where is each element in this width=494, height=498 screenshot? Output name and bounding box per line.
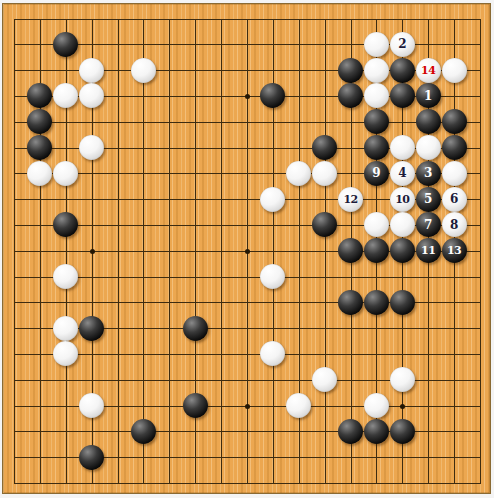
black-stone-2-4[interactable] bbox=[27, 83, 52, 108]
black-stone-18-10[interactable]: 13 bbox=[442, 238, 467, 263]
grid-line-horizontal-14 bbox=[14, 354, 481, 355]
black-stone-16-4[interactable] bbox=[390, 83, 415, 108]
black-stone-2-6[interactable] bbox=[27, 135, 52, 160]
black-stone-3-2[interactable] bbox=[53, 32, 78, 57]
black-stone-8-13[interactable] bbox=[183, 316, 208, 341]
white-stone-3-11[interactable] bbox=[53, 264, 78, 289]
black-stone-16-12[interactable] bbox=[390, 290, 415, 315]
black-stone-6-17[interactable] bbox=[131, 419, 156, 444]
black-stone-8-16[interactable] bbox=[183, 393, 208, 418]
move-number-12: 12 bbox=[343, 194, 357, 205]
black-stone-16-3[interactable] bbox=[390, 58, 415, 83]
black-stone-2-5[interactable] bbox=[27, 109, 52, 134]
white-stone-16-8[interactable]: 10 bbox=[390, 187, 415, 212]
black-stone-13-6[interactable] bbox=[312, 135, 337, 160]
white-stone-6-3[interactable] bbox=[131, 58, 156, 83]
black-stone-17-9[interactable]: 7 bbox=[416, 212, 441, 237]
white-stone-4-3[interactable] bbox=[79, 58, 104, 83]
white-stone-13-15[interactable] bbox=[312, 367, 337, 392]
white-stone-4-4[interactable] bbox=[79, 83, 104, 108]
black-stone-18-6[interactable] bbox=[442, 135, 467, 160]
move-number-8: 8 bbox=[450, 219, 458, 231]
white-stone-4-16[interactable] bbox=[79, 393, 104, 418]
black-stone-17-7[interactable]: 3 bbox=[416, 161, 441, 186]
black-stone-17-4[interactable]: 1 bbox=[416, 83, 441, 108]
white-stone-11-14[interactable] bbox=[260, 341, 285, 366]
white-stone-16-2[interactable]: 2 bbox=[390, 32, 415, 57]
go-board[interactable]: 2141943121056781113 bbox=[2, 3, 491, 494]
move-number-3: 3 bbox=[424, 167, 432, 179]
white-stone-13-7[interactable] bbox=[312, 161, 337, 186]
black-stone-11-4[interactable] bbox=[260, 83, 285, 108]
white-stone-17-6[interactable] bbox=[416, 135, 441, 160]
black-stone-13-9[interactable] bbox=[312, 212, 337, 237]
black-stone-4-18[interactable] bbox=[79, 445, 104, 470]
screenshot-page: 2141943121056781113 bbox=[0, 0, 494, 498]
grid-line-vertical-19 bbox=[480, 19, 481, 484]
grid-line-vertical-13 bbox=[325, 19, 326, 484]
white-stone-3-7[interactable] bbox=[53, 161, 78, 186]
move-number-13: 13 bbox=[447, 245, 461, 256]
black-stone-16-10[interactable] bbox=[390, 238, 415, 263]
white-stone-15-16[interactable] bbox=[364, 393, 389, 418]
white-stone-11-8[interactable] bbox=[260, 187, 285, 212]
white-stone-3-14[interactable] bbox=[53, 341, 78, 366]
black-stone-15-17[interactable] bbox=[364, 419, 389, 444]
white-stone-15-4[interactable] bbox=[364, 83, 389, 108]
move-number-7: 7 bbox=[424, 219, 432, 231]
move-number-4: 4 bbox=[398, 167, 406, 179]
star-point bbox=[400, 404, 405, 409]
white-stone-14-8[interactable]: 12 bbox=[338, 187, 363, 212]
black-stone-14-12[interactable] bbox=[338, 290, 363, 315]
black-stone-18-5[interactable] bbox=[442, 109, 467, 134]
white-stone-4-6[interactable] bbox=[79, 135, 104, 160]
move-number-9: 9 bbox=[372, 167, 380, 179]
black-stone-14-10[interactable] bbox=[338, 238, 363, 263]
black-stone-14-3[interactable] bbox=[338, 58, 363, 83]
grid-line-horizontal-19 bbox=[14, 483, 481, 484]
black-stone-14-17[interactable] bbox=[338, 419, 363, 444]
black-stone-3-9[interactable] bbox=[53, 212, 78, 237]
move-number-1: 1 bbox=[424, 90, 432, 102]
move-number-6: 6 bbox=[450, 193, 458, 205]
black-stone-15-10[interactable] bbox=[364, 238, 389, 263]
white-stone-3-4[interactable] bbox=[53, 83, 78, 108]
white-stone-3-13[interactable] bbox=[53, 316, 78, 341]
black-stone-17-5[interactable] bbox=[416, 109, 441, 134]
move-number-5: 5 bbox=[424, 193, 432, 205]
black-stone-15-7[interactable]: 9 bbox=[364, 161, 389, 186]
white-stone-12-7[interactable] bbox=[286, 161, 311, 186]
white-stone-11-11[interactable] bbox=[260, 264, 285, 289]
white-stone-18-3[interactable] bbox=[442, 58, 467, 83]
move-number-10: 10 bbox=[395, 194, 409, 205]
black-stone-16-17[interactable] bbox=[390, 419, 415, 444]
white-stone-15-3[interactable] bbox=[364, 58, 389, 83]
star-point bbox=[245, 94, 250, 99]
move-number-2: 2 bbox=[398, 38, 406, 50]
white-stone-2-7[interactable] bbox=[27, 161, 52, 186]
black-stone-15-5[interactable] bbox=[364, 109, 389, 134]
grid-line-horizontal-11 bbox=[14, 277, 481, 278]
black-stone-17-10[interactable]: 11 bbox=[416, 238, 441, 263]
move-number-11: 11 bbox=[421, 245, 435, 256]
black-stone-4-13[interactable] bbox=[79, 316, 104, 341]
star-point bbox=[90, 249, 95, 254]
white-stone-12-16[interactable] bbox=[286, 393, 311, 418]
black-stone-17-8[interactable]: 5 bbox=[416, 187, 441, 212]
white-stone-16-7[interactable]: 4 bbox=[390, 161, 415, 186]
star-point bbox=[245, 249, 250, 254]
white-stone-17-3[interactable]: 14 bbox=[416, 58, 441, 83]
white-stone-16-15[interactable] bbox=[390, 367, 415, 392]
black-stone-15-6[interactable] bbox=[364, 135, 389, 160]
black-stone-14-4[interactable] bbox=[338, 83, 363, 108]
white-stone-15-9[interactable] bbox=[364, 212, 389, 237]
move-number-14: 14 bbox=[421, 65, 435, 76]
black-stone-15-12[interactable] bbox=[364, 290, 389, 315]
white-stone-16-9[interactable] bbox=[390, 212, 415, 237]
white-stone-15-2[interactable] bbox=[364, 32, 389, 57]
white-stone-16-6[interactable] bbox=[390, 135, 415, 160]
white-stone-18-9[interactable]: 8 bbox=[442, 212, 467, 237]
white-stone-18-8[interactable]: 6 bbox=[442, 187, 467, 212]
star-point bbox=[245, 404, 250, 409]
white-stone-18-7[interactable] bbox=[442, 161, 467, 186]
